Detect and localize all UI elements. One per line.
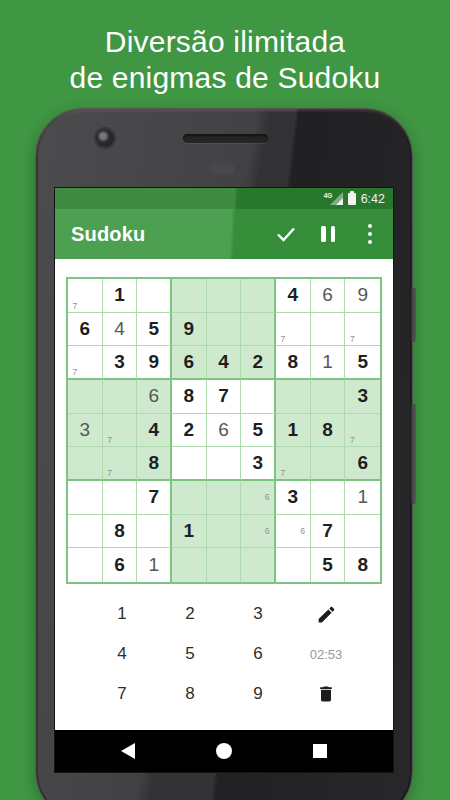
pencil-icon xyxy=(316,604,337,625)
given-digit: 6 xyxy=(114,554,125,576)
given-digit: 6 xyxy=(357,452,368,474)
cell-r4c3[interactable]: 6 xyxy=(137,380,172,414)
cell-r7c8[interactable] xyxy=(311,481,346,515)
game-content: 7146964597773964281568733742651877837676… xyxy=(55,259,393,730)
cell-r2c4[interactable]: 9 xyxy=(172,313,207,347)
key-1[interactable]: 1 xyxy=(88,594,156,634)
pencil-marks: 7 xyxy=(70,280,100,311)
given-digit: 3 xyxy=(252,452,263,474)
key-8[interactable]: 8 xyxy=(156,674,224,714)
cell-r7c5[interactable] xyxy=(207,481,242,515)
cell-r7c7[interactable]: 3 xyxy=(276,481,311,515)
given-digit: 2 xyxy=(184,419,195,441)
cell-r4c1[interactable] xyxy=(68,380,103,414)
cell-r7c2[interactable] xyxy=(103,481,138,515)
entered-digit: 1 xyxy=(322,351,333,373)
cell-r1c9[interactable]: 9 xyxy=(345,279,380,313)
key-6[interactable]: 6 xyxy=(224,634,292,674)
pencil-marks: 7 xyxy=(278,314,308,345)
cell-r3c7[interactable]: 8 xyxy=(276,346,311,380)
cell-r8c1[interactable] xyxy=(68,515,103,549)
status-bar: 4G 6:42 xyxy=(55,188,393,209)
cell-r9c2[interactable]: 6 xyxy=(103,548,138,582)
cell-r6c4[interactable] xyxy=(172,447,207,481)
cell-r3c4[interactable]: 6 xyxy=(172,346,207,380)
given-digit: 7 xyxy=(322,520,333,542)
cell-r4c4[interactable]: 8 xyxy=(172,380,207,414)
given-digit: 5 xyxy=(148,318,159,340)
power-button xyxy=(411,288,416,342)
cell-r2c9[interactable]: 7 xyxy=(345,313,380,347)
cell-r9c9[interactable]: 8 xyxy=(345,548,380,582)
pencil-marks: 7 xyxy=(278,448,308,478)
cell-r4c8[interactable] xyxy=(311,380,346,414)
given-digit: 8 xyxy=(114,520,125,542)
cell-r8c2[interactable]: 8 xyxy=(103,515,138,549)
pause-button[interactable] xyxy=(315,221,341,247)
given-digit: 2 xyxy=(252,351,263,373)
given-digit: 4 xyxy=(148,419,159,441)
battery-icon xyxy=(348,193,356,205)
cell-r3c5[interactable]: 4 xyxy=(207,346,242,380)
cell-r1c2[interactable]: 1 xyxy=(103,279,138,313)
pencil-marks: 6 xyxy=(278,516,308,547)
sudoku-board: 7146964597773964281568733742651877837676… xyxy=(66,277,382,584)
given-digit: 1 xyxy=(114,284,125,306)
cell-r2c8[interactable] xyxy=(311,313,346,347)
given-digit: 8 xyxy=(288,351,299,373)
given-digit: 9 xyxy=(148,351,159,373)
cell-r5c3[interactable]: 4 xyxy=(137,414,172,448)
proximity-sensor xyxy=(210,163,235,175)
key-7[interactable]: 7 xyxy=(88,674,156,714)
cell-r7c9[interactable]: 1 xyxy=(345,481,380,515)
cell-r9c8[interactable]: 5 xyxy=(311,548,346,582)
pencil-marks: 7 xyxy=(105,415,135,446)
pencil-marks: 7 xyxy=(70,347,100,377)
pencil-button[interactable] xyxy=(292,594,360,634)
nav-home-button[interactable] xyxy=(216,743,233,760)
cell-r9c7[interactable] xyxy=(276,548,311,582)
cell-r9c6[interactable] xyxy=(241,548,276,582)
cell-r3c8[interactable]: 1 xyxy=(311,346,346,380)
cell-r5c4[interactable]: 2 xyxy=(172,414,207,448)
given-digit: 6 xyxy=(80,318,91,340)
entered-digit: 1 xyxy=(357,486,368,508)
given-digit: 8 xyxy=(322,419,333,441)
entered-digit: 1 xyxy=(148,554,159,576)
cell-r4c7[interactable] xyxy=(276,380,311,414)
key-3[interactable]: 3 xyxy=(224,594,292,634)
cell-r1c8[interactable]: 6 xyxy=(311,279,346,313)
cell-r2c1[interactable]: 6 xyxy=(68,313,103,347)
given-digit: 1 xyxy=(184,520,195,542)
cell-r5c5[interactable]: 6 xyxy=(207,414,242,448)
given-digit: 1 xyxy=(288,419,299,441)
cell-r3c3[interactable]: 9 xyxy=(137,346,172,380)
given-digit: 3 xyxy=(114,351,125,373)
given-digit: 4 xyxy=(288,284,299,306)
pencil-marks: 6 xyxy=(243,516,272,547)
cell-r5c6[interactable]: 5 xyxy=(241,414,276,448)
headline-line-1: Diversão ilimitada xyxy=(0,24,450,60)
given-digit: 8 xyxy=(357,554,368,576)
cell-r5c2[interactable]: 7 xyxy=(103,414,138,448)
given-digit: 8 xyxy=(148,452,159,474)
given-digit: 3 xyxy=(357,385,368,407)
given-digit: 6 xyxy=(184,351,195,373)
cell-r6c5[interactable] xyxy=(207,447,242,481)
cell-r8c6[interactable]: 6 xyxy=(241,515,276,549)
cell-r4c5[interactable]: 7 xyxy=(207,380,242,414)
front-camera xyxy=(96,129,114,147)
key-9[interactable]: 9 xyxy=(224,674,292,714)
promo-headline: Diversão ilimitada de enigmas de Sudoku xyxy=(0,24,450,96)
cell-r1c6[interactable] xyxy=(241,279,276,313)
cell-r3c1[interactable]: 7 xyxy=(68,346,103,380)
nav-recents-button[interactable] xyxy=(312,743,329,760)
cell-r6c9[interactable]: 6 xyxy=(345,447,380,481)
key-4[interactable]: 4 xyxy=(88,634,156,674)
cell-r2c5[interactable] xyxy=(207,313,242,347)
android-nav-bar xyxy=(55,730,393,772)
cell-r9c4[interactable] xyxy=(172,548,207,582)
earpiece-speaker xyxy=(183,134,268,143)
cell-r6c7[interactable]: 7 xyxy=(276,447,311,481)
cell-r1c5[interactable] xyxy=(207,279,242,313)
cell-r7c3[interactable]: 7 xyxy=(137,481,172,515)
cell-r6c6[interactable]: 3 xyxy=(241,447,276,481)
cell-r4c2[interactable] xyxy=(103,380,138,414)
cell-r6c3[interactable]: 8 xyxy=(137,447,172,481)
given-digit: 3 xyxy=(288,486,299,508)
recents-icon xyxy=(313,744,327,758)
number-pad: 1 2 3 4 5 6 02:53 7 8 9 xyxy=(88,594,360,714)
pause-icon xyxy=(321,226,335,242)
key-5[interactable]: 5 xyxy=(156,634,224,674)
check-icon xyxy=(274,222,298,246)
cell-r8c3[interactable] xyxy=(137,515,172,549)
overflow-menu-button[interactable] xyxy=(357,221,383,247)
cell-r5c9[interactable]: 7 xyxy=(345,414,380,448)
cell-r3c9[interactable]: 5 xyxy=(345,346,380,380)
given-digit: 5 xyxy=(357,351,368,373)
volume-button xyxy=(411,404,416,504)
entered-digit: 6 xyxy=(322,284,333,306)
back-icon xyxy=(121,743,135,759)
cell-r6c1[interactable] xyxy=(68,447,103,481)
cell-r3c6[interactable]: 2 xyxy=(241,346,276,380)
status-time: 6:42 xyxy=(361,192,385,206)
cell-r9c3[interactable]: 1 xyxy=(137,548,172,582)
cell-r8c5[interactable] xyxy=(207,515,242,549)
given-digit: 9 xyxy=(184,318,195,340)
given-digit: 7 xyxy=(148,486,159,508)
cell-r7c4[interactable] xyxy=(172,481,207,515)
pencil-marks: 7 xyxy=(105,448,135,478)
pencil-marks: 7 xyxy=(347,415,378,446)
entered-digit: 6 xyxy=(218,419,229,441)
promo-page: Diversão ilimitada de enigmas de Sudoku … xyxy=(0,0,450,800)
home-icon xyxy=(216,743,232,759)
cell-r2c2[interactable]: 4 xyxy=(103,313,138,347)
cell-r2c3[interactable]: 5 xyxy=(137,313,172,347)
given-digit: 8 xyxy=(184,385,195,407)
entered-digit: 3 xyxy=(80,419,91,441)
cell-r5c7[interactable]: 1 xyxy=(276,414,311,448)
check-button[interactable] xyxy=(273,221,299,247)
cell-r5c8[interactable]: 8 xyxy=(311,414,346,448)
overflow-menu-icon xyxy=(368,224,373,245)
cell-r5c1[interactable]: 3 xyxy=(68,414,103,448)
app-bar: Sudoku xyxy=(55,209,393,259)
cell-r7c6[interactable]: 6 xyxy=(241,481,276,515)
key-2[interactable]: 2 xyxy=(156,594,224,634)
given-digit: 4 xyxy=(218,351,229,373)
cell-r1c3[interactable] xyxy=(137,279,172,313)
cell-r6c2[interactable]: 7 xyxy=(103,447,138,481)
pencil-marks: 6 xyxy=(243,482,272,513)
game-timer: 02:53 xyxy=(292,634,360,674)
phone-screen: 4G 6:42 Sudoku xyxy=(55,188,393,772)
cell-r8c7[interactable]: 6 xyxy=(276,515,311,549)
cell-r8c4[interactable]: 1 xyxy=(172,515,207,549)
cell-r8c9[interactable] xyxy=(345,515,380,549)
trash-icon xyxy=(316,684,336,704)
entered-digit: 9 xyxy=(357,284,368,306)
cell-r6c8[interactable] xyxy=(311,447,346,481)
given-digit: 7 xyxy=(218,385,229,407)
given-digit: 5 xyxy=(322,554,333,576)
given-digit: 5 xyxy=(252,419,263,441)
cell-r9c1[interactable] xyxy=(68,548,103,582)
cell-r8c8[interactable]: 7 xyxy=(311,515,346,549)
cell-r3c2[interactable]: 3 xyxy=(103,346,138,380)
pencil-marks: 7 xyxy=(347,314,378,345)
entered-digit: 4 xyxy=(114,318,125,340)
cell-r1c4[interactable] xyxy=(172,279,207,313)
nav-back-button[interactable] xyxy=(120,743,137,760)
cell-r1c1[interactable]: 7 xyxy=(68,279,103,313)
headline-line-2: de enigmas de Sudoku xyxy=(0,60,450,96)
phone-mockup: 4G 6:42 Sudoku xyxy=(35,108,413,800)
cell-r2c7[interactable]: 7 xyxy=(276,313,311,347)
cell-r4c6[interactable] xyxy=(241,380,276,414)
trash-button[interactable] xyxy=(292,674,360,714)
cell-r1c7[interactable]: 4 xyxy=(276,279,311,313)
cell-r4c9[interactable]: 3 xyxy=(345,380,380,414)
cell-r9c5[interactable] xyxy=(207,548,242,582)
app-title: Sudoku xyxy=(71,223,273,246)
cell-r7c1[interactable] xyxy=(68,481,103,515)
cell-r2c6[interactable] xyxy=(241,313,276,347)
entered-digit: 6 xyxy=(148,385,159,407)
signal-4g-icon: 4G xyxy=(324,192,343,206)
